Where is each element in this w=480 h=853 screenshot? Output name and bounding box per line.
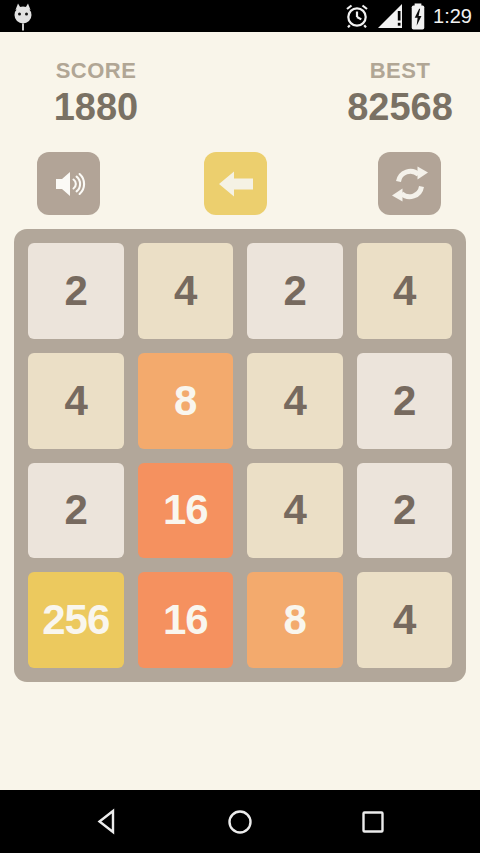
home-circle-icon [227, 809, 253, 835]
score-value: 1880 [30, 86, 162, 128]
nav-bar [0, 790, 480, 853]
tile-256: 256 [28, 572, 124, 668]
signal-no-internet-icon [377, 3, 403, 29]
tile-2: 2 [28, 243, 124, 339]
tile-8: 8 [247, 572, 343, 668]
nav-home-button[interactable] [212, 790, 268, 853]
tile-4: 4 [357, 243, 453, 339]
undo-button[interactable] [204, 152, 267, 215]
tile-4: 4 [357, 572, 453, 668]
tile-4: 4 [28, 353, 124, 449]
best-value: 82568 [336, 86, 464, 128]
nav-back-button[interactable] [79, 790, 135, 853]
tile-4: 4 [247, 463, 343, 559]
status-time: 1:29 [433, 0, 472, 32]
nav-recents-button[interactable] [345, 790, 401, 853]
battery-charging-icon [410, 3, 426, 30]
restart-button[interactable] [378, 152, 441, 215]
refresh-icon [391, 165, 429, 203]
tile-4: 4 [247, 353, 343, 449]
status-bar: 1:29 [0, 0, 480, 32]
volume-icon [51, 166, 87, 202]
tile-2: 2 [357, 353, 453, 449]
screen: 1:29 SCORE 1880 BEST 82568 [0, 0, 480, 853]
score-block: SCORE 1880 [30, 58, 162, 128]
back-triangle-icon [95, 808, 119, 835]
sound-button[interactable] [37, 152, 100, 215]
tile-2: 2 [247, 243, 343, 339]
alarm-icon [344, 3, 370, 29]
left-arrow-icon [217, 169, 255, 199]
best-block: BEST 82568 [336, 58, 464, 128]
score-label: SCORE [30, 58, 162, 84]
tile-2: 2 [357, 463, 453, 559]
board[interactable]: 24244842216422561684 [14, 229, 466, 682]
recents-square-icon [361, 810, 385, 834]
android-debug-icon [10, 2, 36, 32]
tile-16: 16 [138, 463, 234, 559]
tile-4: 4 [138, 243, 234, 339]
best-label: BEST [336, 58, 464, 84]
tile-2: 2 [28, 463, 124, 559]
tile-16: 16 [138, 572, 234, 668]
tile-8: 8 [138, 353, 234, 449]
